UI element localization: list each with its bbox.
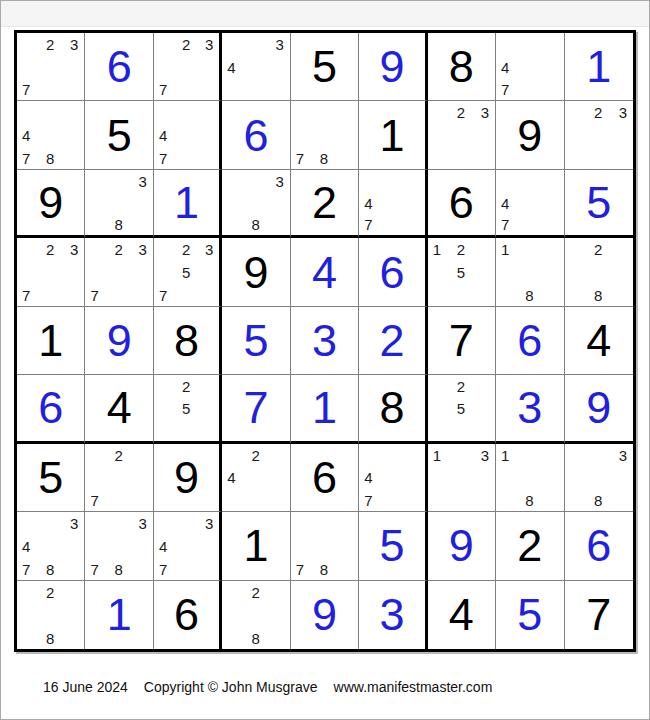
pencil-mark: 7 [22,151,30,166]
cell-r1c1[interactable]: 237 [17,33,85,101]
cell-r2c7[interactable]: 23 [428,101,496,169]
pencil-marks: 34 [222,33,289,100]
cell-r6c2[interactable]: 4 [85,375,153,443]
pencil-mark: 7 [22,288,30,303]
solved-digit: 7 [244,385,269,430]
pencil-mark: 2 [46,585,54,600]
cell-r4c3[interactable]: 2357 [154,238,222,306]
given-digit: 5 [38,455,63,500]
cell-r7c9[interactable]: 38 [565,444,633,512]
cell-r9c8[interactable]: 5 [496,581,564,649]
pencil-mark: 2 [251,448,259,463]
cell-r1c7[interactable]: 8 [428,33,496,101]
given-digit: 4 [449,592,474,637]
pencil-mark: 3 [275,174,283,189]
solved-digit: 1 [107,592,132,637]
cell-r6c8[interactable]: 3 [496,375,564,443]
pencil-mark: 8 [251,217,259,232]
pencil-mark: 2 [114,448,122,463]
pencil-marks: 237 [85,238,152,305]
cell-r8c1[interactable]: 3478 [17,512,85,580]
cell-r7c3[interactable]: 9 [154,444,222,512]
cell-r6c3[interactable]: 25 [154,375,222,443]
cell-r5c3[interactable]: 8 [154,307,222,375]
cell-r3c5[interactable]: 2 [291,170,359,238]
cell-r4c1[interactable]: 237 [17,238,85,306]
solved-digit: 5 [586,180,611,225]
cell-r2c4[interactable]: 6 [222,101,290,169]
pencil-mark: 3 [205,516,213,531]
pencil-marks: 347 [154,512,219,579]
pencil-marks: 38 [565,444,633,511]
cell-r9c9[interactable]: 7 [565,581,633,649]
given-digit: 1 [38,318,63,363]
cell-r5c2[interactable]: 9 [85,307,153,375]
sudoku-page: 2376237345984714785476781239239381382476… [0,0,650,720]
pencil-mark: 4 [227,470,235,485]
pencil-mark: 4 [364,196,372,211]
pencil-mark: 8 [251,631,259,646]
pencil-mark: 2 [457,379,465,394]
pencil-mark: 2 [251,585,259,600]
cell-r6c1[interactable]: 6 [17,375,85,443]
pencil-marks: 47 [496,33,563,100]
pencil-mark: 4 [22,539,30,554]
cell-r3c8[interactable]: 47 [496,170,564,238]
pencil-marks: 378 [85,512,152,579]
pencil-mark: 8 [525,288,533,303]
pencil-marks: 28 [17,581,84,649]
cell-r4c4[interactable]: 9 [222,238,290,306]
pencil-marks: 25 [154,375,219,440]
pencil-mark: 3 [70,242,78,257]
cell-r3c1[interactable]: 9 [17,170,85,238]
pencil-mark: 8 [114,217,122,232]
pencil-mark: 3 [139,174,147,189]
cell-r8c6[interactable]: 5 [359,512,427,580]
cell-r2c8[interactable]: 9 [496,101,564,169]
pencil-mark: 4 [159,539,167,554]
pencil-mark: 4 [364,470,372,485]
cell-r4c9[interactable]: 28 [565,238,633,306]
cell-r5c4[interactable]: 5 [222,307,290,375]
cell-r1c9[interactable]: 1 [565,33,633,101]
cell-r5c9[interactable]: 4 [565,307,633,375]
cell-r4c8[interactable]: 18 [496,238,564,306]
solved-digit: 5 [517,592,542,637]
pencil-mark: 5 [457,401,465,416]
cell-r7c1[interactable]: 5 [17,444,85,512]
footer-date: 16 June 2024 [43,679,128,695]
cell-r8c9[interactable]: 6 [565,512,633,580]
pencil-mark: 7 [159,82,167,97]
cell-r1c3[interactable]: 237 [154,33,222,101]
pencil-mark: 2 [46,242,54,257]
pencil-marks: 47 [359,444,424,511]
cell-r5c7[interactable]: 7 [428,307,496,375]
cell-r4c5[interactable]: 4 [291,238,359,306]
pencil-mark: 1 [501,448,509,463]
page-footer: 16 June 2024Copyright © John Musgravewww… [43,679,492,695]
solved-digit: 1 [312,385,337,430]
solved-digit: 3 [312,318,337,363]
solved-digit: 6 [38,385,63,430]
cell-r7c5[interactable]: 6 [291,444,359,512]
pencil-mark: 4 [227,60,235,75]
cell-r8c5[interactable]: 78 [291,512,359,580]
pencil-mark: 7 [90,288,98,303]
given-digit: 2 [517,523,542,568]
solved-digit: 9 [379,44,404,89]
pencil-mark: 3 [205,242,213,257]
pencil-mark: 2 [182,37,190,52]
given-digit: 8 [379,385,404,430]
pencil-mark: 7 [501,82,509,97]
cell-r3c3[interactable]: 1 [154,170,222,238]
cell-r2c3[interactable]: 47 [154,101,222,169]
pencil-marks: 125 [428,238,495,305]
pencil-marks: 23 [565,101,633,168]
cell-r2c6[interactable]: 1 [359,101,427,169]
cell-r5c8[interactable]: 6 [496,307,564,375]
cell-r1c6[interactable]: 9 [359,33,427,101]
cell-r8c8[interactable]: 2 [496,512,564,580]
given-digit: 9 [174,455,199,500]
cell-r3c9[interactable]: 5 [565,170,633,238]
cell-r5c5[interactable]: 3 [291,307,359,375]
pencil-marks: 237 [17,238,84,305]
pencil-mark: 7 [364,217,372,232]
sudoku-board: 2376237345984714785476781239239381382476… [14,30,636,652]
pencil-mark: 1 [501,242,509,257]
pencil-mark: 7 [364,493,372,508]
pencil-marks: 28 [222,581,289,649]
pencil-mark: 3 [619,448,627,463]
pencil-marks: 47 [359,170,424,235]
cell-r3c7[interactable]: 6 [428,170,496,238]
cell-r7c7[interactable]: 13 [428,444,496,512]
given-digit: 2 [312,180,337,225]
solved-digit: 4 [312,250,337,295]
pencil-marks: 25 [428,375,495,440]
pencil-mark: 5 [457,265,465,280]
given-digit: 5 [107,113,132,158]
pencil-mark: 7 [159,151,167,166]
pencil-mark: 2 [594,105,602,120]
pencil-marks: 78 [291,101,358,168]
cell-r2c9[interactable]: 23 [565,101,633,169]
cell-r2c2[interactable]: 5 [85,101,153,169]
solved-digit: 5 [244,318,269,363]
pencil-mark: 7 [159,288,167,303]
pencil-marks: 18 [496,238,563,305]
pencil-mark: 3 [481,105,489,120]
solved-digit: 2 [379,318,404,363]
cell-r6c7[interactable]: 25 [428,375,496,443]
pencil-mark: 2 [594,242,602,257]
cell-r1c8[interactable]: 47 [496,33,564,101]
pencil-mark: 8 [46,151,54,166]
pencil-marks: 38 [222,170,289,235]
cell-r2c1[interactable]: 478 [17,101,85,169]
given-digit: 9 [38,180,63,225]
cell-r9c7[interactable]: 4 [428,581,496,649]
given-digit: 9 [517,113,542,158]
solved-digit: 1 [174,180,199,225]
pencil-mark: 2 [182,379,190,394]
given-digit: 7 [449,318,474,363]
given-digit: 1 [244,523,269,568]
pencil-mark: 4 [159,128,167,143]
solved-digit: 5 [379,523,404,568]
cell-r9c6[interactable]: 3 [359,581,427,649]
pencil-mark: 8 [320,562,328,577]
pencil-mark: 2 [182,242,190,257]
pencil-marks: 27 [85,444,152,511]
cell-r6c6[interactable]: 8 [359,375,427,443]
pencil-mark: 3 [70,516,78,531]
cell-r4c7[interactable]: 125 [428,238,496,306]
given-digit: 5 [312,44,337,89]
cell-r6c4[interactable]: 7 [222,375,290,443]
solved-digit: 1 [586,44,611,89]
pencil-mark: 7 [22,82,30,97]
solved-digit: 6 [586,523,611,568]
cell-r4c2[interactable]: 237 [85,238,153,306]
pencil-mark: 3 [275,37,283,52]
pencil-mark: 7 [22,562,30,577]
pencil-mark: 1 [433,448,441,463]
given-digit: 8 [449,44,474,89]
pencil-mark: 4 [22,128,30,143]
given-digit: 7 [586,592,611,637]
pencil-marks: 23 [428,101,495,168]
pencil-mark: 2 [457,105,465,120]
solved-digit: 9 [586,385,611,430]
cell-r8c7[interactable]: 9 [428,512,496,580]
cell-r6c9[interactable]: 9 [565,375,633,443]
pencil-mark: 2 [46,37,54,52]
footer-copyright: Copyright © John Musgrave [144,679,318,695]
pencil-marks: 13 [428,444,495,511]
pencil-mark: 2 [457,242,465,257]
cell-r9c3[interactable]: 6 [154,581,222,649]
solved-digit: 3 [517,385,542,430]
pencil-mark: 8 [114,562,122,577]
pencil-mark: 7 [296,151,304,166]
solved-digit: 3 [379,592,404,637]
cell-r9c5[interactable]: 9 [291,581,359,649]
given-digit: 9 [244,250,269,295]
pencil-mark: 5 [182,265,190,280]
cell-r6c5[interactable]: 1 [291,375,359,443]
pencil-marks: 18 [496,444,563,511]
pencil-mark: 3 [139,242,147,257]
cell-r9c4[interactable]: 28 [222,581,290,649]
solved-digit: 9 [449,523,474,568]
given-digit: 4 [107,385,132,430]
pencil-marks: 47 [496,170,563,235]
cell-r5c6[interactable]: 2 [359,307,427,375]
solved-digit: 6 [379,250,404,295]
given-digit: 6 [449,180,474,225]
cell-r3c2[interactable]: 38 [85,170,153,238]
pencil-mark: 8 [46,631,54,646]
cell-r8c4[interactable]: 1 [222,512,290,580]
cell-r7c2[interactable]: 27 [85,444,153,512]
cell-r5c1[interactable]: 1 [17,307,85,375]
pencil-mark: 7 [90,562,98,577]
pencil-marks: 24 [222,444,289,511]
cell-r9c2[interactable]: 1 [85,581,153,649]
pencil-mark: 3 [70,37,78,52]
solved-digit: 6 [244,113,269,158]
pencil-marks: 478 [17,101,84,168]
given-digit: 1 [379,113,404,158]
pencil-marks: 3478 [17,512,84,579]
cell-r1c5[interactable]: 5 [291,33,359,101]
pencil-mark: 7 [296,562,304,577]
pencil-mark: 1 [433,242,441,257]
pencil-mark: 8 [594,493,602,508]
pencil-mark: 7 [90,493,98,508]
footer-url: www.manifestmaster.com [334,679,493,695]
cell-r4c6[interactable]: 6 [359,238,427,306]
cell-r3c6[interactable]: 47 [359,170,427,238]
pencil-marks: 47 [154,101,219,168]
solved-digit: 9 [107,318,132,363]
given-digit: 6 [174,592,199,637]
solved-digit: 6 [517,318,542,363]
pencil-marks: 38 [85,170,152,235]
solved-digit: 6 [107,44,132,89]
pencil-marks: 28 [565,238,633,305]
cell-r1c2[interactable]: 6 [85,33,153,101]
pencil-mark: 8 [525,493,533,508]
pencil-marks: 237 [17,33,84,100]
pencil-mark: 8 [320,151,328,166]
cell-r1c4[interactable]: 34 [222,33,290,101]
pencil-mark: 2 [114,242,122,257]
pencil-mark: 7 [159,562,167,577]
pencil-marks: 237 [154,33,219,100]
cell-r8c2[interactable]: 378 [85,512,153,580]
cell-r7c4[interactable]: 24 [222,444,290,512]
solved-digit: 9 [312,592,337,637]
pencil-mark: 4 [501,60,509,75]
pencil-marks: 78 [291,512,358,579]
pencil-mark: 3 [205,37,213,52]
pencil-mark: 3 [139,516,147,531]
pencil-mark: 4 [501,196,509,211]
cell-r7c6[interactable]: 47 [359,444,427,512]
pencil-mark: 3 [619,105,627,120]
cell-r2c5[interactable]: 78 [291,101,359,169]
pencil-mark: 7 [501,217,509,232]
cell-r8c3[interactable]: 347 [154,512,222,580]
cell-r9c1[interactable]: 28 [17,581,85,649]
given-digit: 6 [312,455,337,500]
given-digit: 4 [586,318,611,363]
given-digit: 8 [174,318,199,363]
pencil-marks: 2357 [154,238,219,305]
pencil-mark: 5 [182,401,190,416]
cell-r3c4[interactable]: 38 [222,170,290,238]
page-top-strip [1,1,649,27]
pencil-mark: 8 [46,562,54,577]
cell-r7c8[interactable]: 18 [496,444,564,512]
pencil-mark: 3 [481,448,489,463]
pencil-mark: 8 [594,288,602,303]
